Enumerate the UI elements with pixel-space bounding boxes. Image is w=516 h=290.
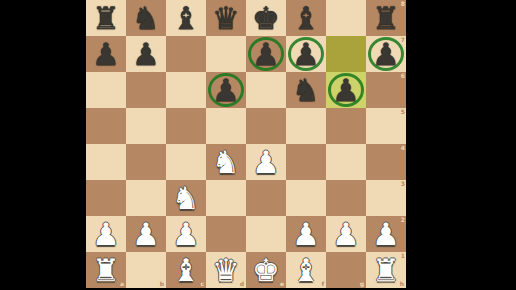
video-frame: ♜♞♝♛♚♝♜8♟♟♟♟♟7♟♞♟65♞♟4♞3♟♟♟♟♟♟2♜ab♝c♛d♚e…: [0, 0, 516, 290]
square-d6[interactable]: ♟: [206, 72, 246, 108]
square-d7[interactable]: [206, 36, 246, 72]
piece-white-pawn: ♟: [132, 219, 160, 250]
square-a3[interactable]: [86, 180, 126, 216]
piece-black-pawn: ♟: [132, 39, 160, 70]
square-g5[interactable]: [326, 108, 366, 144]
square-c6[interactable]: [166, 72, 206, 108]
square-g6[interactable]: ♟: [326, 72, 366, 108]
square-e8[interactable]: ♚: [246, 0, 286, 36]
square-f1[interactable]: ♝f: [286, 252, 326, 288]
piece-black-pawn: ♟: [292, 39, 320, 70]
piece-white-pawn: ♟: [92, 219, 120, 250]
coordinate-file-f: f: [321, 281, 324, 287]
piece-white-pawn: ♟: [252, 147, 280, 178]
coordinate-file-e: e: [280, 281, 284, 287]
square-a5[interactable]: [86, 108, 126, 144]
coordinate-rank-7: 7: [401, 37, 405, 43]
piece-black-pawn: ♟: [372, 39, 400, 70]
piece-black-bishop: ♝: [292, 3, 320, 34]
coordinate-file-a: a: [120, 281, 124, 287]
square-b6[interactable]: [126, 72, 166, 108]
piece-white-pawn: ♟: [172, 219, 200, 250]
piece-white-rook: ♜: [92, 255, 120, 286]
piece-black-pawn: ♟: [252, 39, 280, 70]
square-c2[interactable]: ♟: [166, 216, 206, 252]
coordinate-file-b: b: [160, 281, 164, 287]
square-b4[interactable]: [126, 144, 166, 180]
square-b8[interactable]: ♞: [126, 0, 166, 36]
square-e3[interactable]: [246, 180, 286, 216]
square-a8[interactable]: ♜: [86, 0, 126, 36]
square-c8[interactable]: ♝: [166, 0, 206, 36]
piece-black-bishop: ♝: [172, 3, 200, 34]
square-c4[interactable]: [166, 144, 206, 180]
square-h6[interactable]: 6: [366, 72, 406, 108]
square-d1[interactable]: ♛d: [206, 252, 246, 288]
coordinate-rank-3: 3: [401, 181, 405, 187]
coordinate-rank-1: 1: [401, 253, 405, 259]
piece-black-rook: ♜: [372, 3, 400, 34]
square-f7[interactable]: ♟: [286, 36, 326, 72]
piece-black-pawn: ♟: [332, 75, 360, 106]
square-g1[interactable]: g: [326, 252, 366, 288]
square-g2[interactable]: ♟: [326, 216, 366, 252]
square-a4[interactable]: [86, 144, 126, 180]
square-a2[interactable]: ♟: [86, 216, 126, 252]
square-a6[interactable]: [86, 72, 126, 108]
coordinate-rank-5: 5: [401, 109, 405, 115]
square-f8[interactable]: ♝: [286, 0, 326, 36]
square-e7[interactable]: ♟: [246, 36, 286, 72]
square-c5[interactable]: [166, 108, 206, 144]
chess-board: ♜♞♝♛♚♝♜8♟♟♟♟♟7♟♞♟65♞♟4♞3♟♟♟♟♟♟2♜ab♝c♛d♚e…: [86, 0, 406, 288]
square-f3[interactable]: [286, 180, 326, 216]
piece-black-knight: ♞: [292, 75, 320, 106]
coordinate-rank-2: 2: [401, 217, 405, 223]
letterbox-right: [406, 0, 516, 290]
square-e5[interactable]: [246, 108, 286, 144]
coordinate-rank-8: 8: [401, 1, 405, 7]
square-h3[interactable]: 3: [366, 180, 406, 216]
square-g7[interactable]: [326, 36, 366, 72]
piece-black-knight: ♞: [132, 3, 160, 34]
square-c1[interactable]: ♝c: [166, 252, 206, 288]
square-e4[interactable]: ♟: [246, 144, 286, 180]
square-b7[interactable]: ♟: [126, 36, 166, 72]
piece-black-pawn: ♟: [92, 39, 120, 70]
square-h7[interactable]: ♟7: [366, 36, 406, 72]
coordinate-rank-4: 4: [401, 145, 405, 151]
square-f2[interactable]: ♟: [286, 216, 326, 252]
letterbox-left: [0, 0, 86, 290]
coordinate-file-g: g: [360, 281, 364, 287]
square-a1[interactable]: ♜a: [86, 252, 126, 288]
piece-white-bishop: ♝: [292, 255, 320, 286]
piece-white-pawn: ♟: [332, 219, 360, 250]
square-d3[interactable]: [206, 180, 246, 216]
square-f6[interactable]: ♞: [286, 72, 326, 108]
square-d4[interactable]: ♞: [206, 144, 246, 180]
piece-black-queen: ♛: [212, 3, 240, 34]
piece-black-pawn: ♟: [212, 75, 240, 106]
piece-white-knight: ♞: [172, 183, 200, 214]
square-b5[interactable]: [126, 108, 166, 144]
coordinate-file-d: d: [240, 281, 244, 287]
piece-white-bishop: ♝: [172, 255, 200, 286]
piece-white-king: ♚: [252, 255, 280, 286]
square-b1[interactable]: b: [126, 252, 166, 288]
square-g8[interactable]: [326, 0, 366, 36]
square-d5[interactable]: [206, 108, 246, 144]
piece-black-king: ♚: [252, 3, 280, 34]
piece-white-pawn: ♟: [372, 219, 400, 250]
square-e6[interactable]: [246, 72, 286, 108]
square-b3[interactable]: [126, 180, 166, 216]
coordinate-file-c: c: [200, 281, 204, 287]
square-d8[interactable]: ♛: [206, 0, 246, 36]
square-e2[interactable]: [246, 216, 286, 252]
square-f4[interactable]: [286, 144, 326, 180]
piece-white-knight: ♞: [212, 147, 240, 178]
square-f5[interactable]: [286, 108, 326, 144]
square-h2[interactable]: ♟2: [366, 216, 406, 252]
square-h5[interactable]: 5: [366, 108, 406, 144]
square-b2[interactable]: ♟: [126, 216, 166, 252]
square-g3[interactable]: [326, 180, 366, 216]
square-h1[interactable]: ♜1h: [366, 252, 406, 288]
square-g4[interactable]: [326, 144, 366, 180]
piece-white-pawn: ♟: [292, 219, 320, 250]
square-h4[interactable]: 4: [366, 144, 406, 180]
coordinate-rank-6: 6: [401, 73, 405, 79]
coordinate-file-h: h: [400, 281, 404, 287]
piece-white-rook: ♜: [372, 255, 400, 286]
square-c7[interactable]: [166, 36, 206, 72]
piece-white-queen: ♛: [212, 255, 240, 286]
square-a7[interactable]: ♟: [86, 36, 126, 72]
square-c3[interactable]: ♞: [166, 180, 206, 216]
square-e1[interactable]: ♚e: [246, 252, 286, 288]
piece-black-rook: ♜: [92, 3, 120, 34]
square-h8[interactable]: ♜8: [366, 0, 406, 36]
square-d2[interactable]: [206, 216, 246, 252]
